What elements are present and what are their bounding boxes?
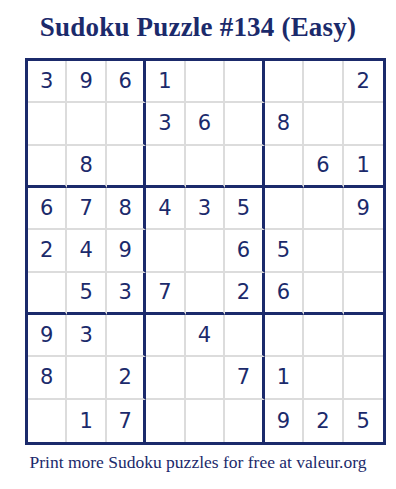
cell-r3c5 — [186, 146, 225, 188]
cell-r6c7: 6 — [265, 273, 304, 315]
cell-r5c7: 5 — [265, 230, 304, 272]
cell-r5c5 — [186, 230, 225, 272]
cell-r9c5 — [186, 400, 225, 442]
cell-r5c3: 9 — [107, 230, 146, 272]
cell-r2c6 — [225, 103, 264, 145]
cell-r1c4: 1 — [146, 61, 185, 103]
cell-r4c8 — [304, 188, 343, 230]
cell-r4c1: 6 — [28, 188, 67, 230]
cell-r8c4 — [146, 357, 185, 399]
cell-r1c6 — [225, 61, 264, 103]
cell-r3c7 — [265, 146, 304, 188]
cell-r5c9 — [344, 230, 383, 272]
cell-r9c4 — [146, 400, 185, 442]
cell-r1c3: 6 — [107, 61, 146, 103]
cell-r3c8: 6 — [304, 146, 343, 188]
cell-r8c9 — [344, 357, 383, 399]
cell-r1c9: 2 — [344, 61, 383, 103]
cell-r3c6 — [225, 146, 264, 188]
cell-r8c6: 7 — [225, 357, 264, 399]
cell-r7c5: 4 — [186, 315, 225, 357]
cell-r8c7: 1 — [265, 357, 304, 399]
cell-r9c9: 5 — [344, 400, 383, 442]
cell-r6c6: 2 — [225, 273, 264, 315]
cell-r1c7 — [265, 61, 304, 103]
cell-r4c4: 4 — [146, 188, 185, 230]
cell-r4c6: 5 — [225, 188, 264, 230]
cell-r5c6: 6 — [225, 230, 264, 272]
footer-text: Print more Sudoku puzzles for free at va… — [0, 452, 396, 473]
cell-r6c9 — [344, 273, 383, 315]
cell-r3c4 — [146, 146, 185, 188]
cell-r7c8 — [304, 315, 343, 357]
cell-r5c8 — [304, 230, 343, 272]
cell-r9c8: 2 — [304, 400, 343, 442]
cell-r4c2: 7 — [67, 188, 106, 230]
cell-r2c3 — [107, 103, 146, 145]
cell-r2c4: 3 — [146, 103, 185, 145]
sudoku-page: Sudoku Puzzle #134 (Easy) 39612368861678… — [0, 0, 396, 489]
cell-r6c4: 7 — [146, 273, 185, 315]
cell-r1c5 — [186, 61, 225, 103]
cell-r2c2 — [67, 103, 106, 145]
cell-r2c7: 8 — [265, 103, 304, 145]
cell-r6c2: 5 — [67, 273, 106, 315]
cell-r8c2 — [67, 357, 106, 399]
cell-r7c1: 9 — [28, 315, 67, 357]
cell-r7c4 — [146, 315, 185, 357]
cell-r7c3 — [107, 315, 146, 357]
cell-r8c5 — [186, 357, 225, 399]
cell-r1c1: 3 — [28, 61, 67, 103]
cell-r9c3: 7 — [107, 400, 146, 442]
cell-r9c1 — [28, 400, 67, 442]
cell-r2c9 — [344, 103, 383, 145]
cell-r3c1 — [28, 146, 67, 188]
cell-r6c8 — [304, 273, 343, 315]
cell-r7c2: 3 — [67, 315, 106, 357]
cell-r5c4 — [146, 230, 185, 272]
cell-r2c5: 6 — [186, 103, 225, 145]
cell-r9c7: 9 — [265, 400, 304, 442]
cell-r6c3: 3 — [107, 273, 146, 315]
cell-r8c3: 2 — [107, 357, 146, 399]
cell-r1c8 — [304, 61, 343, 103]
cell-r4c9: 9 — [344, 188, 383, 230]
cell-r4c3: 8 — [107, 188, 146, 230]
cell-r8c8 — [304, 357, 343, 399]
cell-r4c5: 3 — [186, 188, 225, 230]
cell-r5c2: 4 — [67, 230, 106, 272]
cell-r9c6 — [225, 400, 264, 442]
cell-r2c1 — [28, 103, 67, 145]
cell-r4c7 — [265, 188, 304, 230]
cell-r3c2: 8 — [67, 146, 106, 188]
cell-r7c7 — [265, 315, 304, 357]
sudoku-board: 3961236886167843592496553726934827117925 — [25, 58, 386, 445]
cell-r5c1: 2 — [28, 230, 67, 272]
page-title: Sudoku Puzzle #134 (Easy) — [0, 12, 396, 43]
cell-r7c9 — [344, 315, 383, 357]
cell-r6c1 — [28, 273, 67, 315]
cell-r1c2: 9 — [67, 61, 106, 103]
cell-r6c5 — [186, 273, 225, 315]
cell-r9c2: 1 — [67, 400, 106, 442]
cell-r3c3 — [107, 146, 146, 188]
cell-r2c8 — [304, 103, 343, 145]
cell-r8c1: 8 — [28, 357, 67, 399]
cell-r7c6 — [225, 315, 264, 357]
cell-r3c9: 1 — [344, 146, 383, 188]
